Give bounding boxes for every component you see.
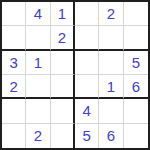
- cell-r6c5-given-digit[interactable]: 6: [99, 124, 123, 148]
- cell-r2c3-given-digit[interactable]: 2: [51, 26, 75, 50]
- cell-r5c1-empty[interactable]: [2, 99, 26, 123]
- cell-r3c2-given-digit[interactable]: 1: [26, 51, 50, 75]
- cell-r2c5-empty[interactable]: [99, 26, 123, 50]
- cell-r1c5-given-digit[interactable]: 2: [99, 2, 123, 26]
- cell-r6c3-empty[interactable]: [51, 124, 75, 148]
- cell-r4c3-empty[interactable]: [51, 75, 75, 99]
- cell-r1c2-given-digit[interactable]: 4: [26, 2, 50, 26]
- cell-r3c6-given-digit[interactable]: 5: [124, 51, 148, 75]
- cell-r5c6-empty[interactable]: [124, 99, 148, 123]
- cell-r1c1-empty[interactable]: [2, 2, 26, 26]
- cell-r4c2-empty[interactable]: [26, 75, 50, 99]
- cell-r6c6-empty[interactable]: [124, 124, 148, 148]
- cell-r2c4-empty[interactable]: [75, 26, 99, 50]
- cell-r3c3-empty[interactable]: [51, 51, 75, 75]
- sudoku-board: 41223152164256: [0, 0, 150, 150]
- cell-r3c1-given-digit[interactable]: 3: [2, 51, 26, 75]
- cell-r6c2-given-digit[interactable]: 2: [26, 124, 50, 148]
- cell-r5c3-empty[interactable]: [51, 99, 75, 123]
- cell-r4c4-empty[interactable]: [75, 75, 99, 99]
- cell-r4c5-given-digit[interactable]: 1: [99, 75, 123, 99]
- cell-r1c4-empty[interactable]: [75, 2, 99, 26]
- cell-r2c2-empty[interactable]: [26, 26, 50, 50]
- cell-r6c4-given-digit[interactable]: 5: [75, 124, 99, 148]
- cell-r3c5-empty[interactable]: [99, 51, 123, 75]
- cell-r5c2-empty[interactable]: [26, 99, 50, 123]
- cell-r4c1-given-digit[interactable]: 2: [2, 75, 26, 99]
- cell-r5c5-empty[interactable]: [99, 99, 123, 123]
- cell-r2c1-empty[interactable]: [2, 26, 26, 50]
- cell-r1c3-given-digit[interactable]: 1: [51, 2, 75, 26]
- cell-r1c6-empty[interactable]: [124, 2, 148, 26]
- cell-r4c6-given-digit[interactable]: 6: [124, 75, 148, 99]
- cell-r5c4-given-digit[interactable]: 4: [75, 99, 99, 123]
- cell-r2c6-empty[interactable]: [124, 26, 148, 50]
- cell-r3c4-empty[interactable]: [75, 51, 99, 75]
- cell-r6c1-empty[interactable]: [2, 124, 26, 148]
